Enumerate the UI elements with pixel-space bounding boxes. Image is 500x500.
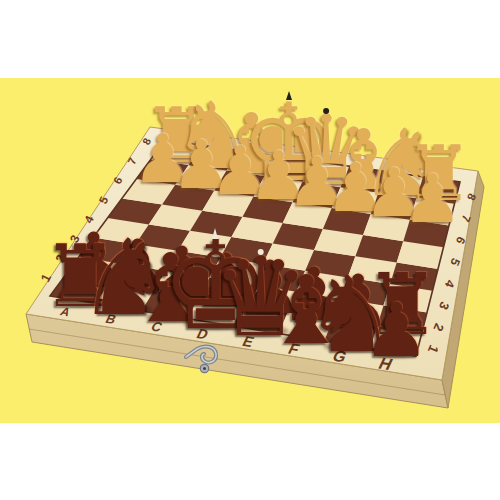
product-photo: ABCDEFGH1234567812345678 ♜♞♝♚♛♝♞♜♟♟♟♟♟♟♟…: [0, 0, 500, 500]
rank-label-left-1: 1: [37, 271, 54, 284]
chess-board: ABCDEFGH1234567812345678: [0, 0, 500, 500]
